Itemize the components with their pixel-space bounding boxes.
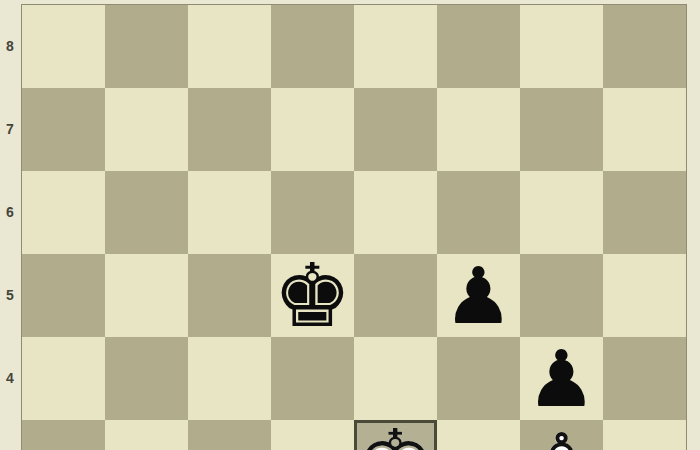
square-b7[interactable] [105,88,188,171]
square-b4[interactable] [105,337,188,420]
square-g8[interactable] [520,5,603,88]
square-f7[interactable] [437,88,520,171]
piece-white-pawn[interactable]: ♟♙ [527,423,597,450]
square-e6[interactable] [354,171,437,254]
square-d4[interactable] [271,337,354,420]
square-h7[interactable] [603,88,686,171]
piece-white-king[interactable]: ♚♔ [356,418,435,450]
square-a6[interactable] [22,171,105,254]
square-b8[interactable] [105,5,188,88]
piece-black-pawn[interactable]: ♟ [444,257,514,335]
square-a4[interactable] [22,337,105,420]
piece-black-king[interactable]: ♚ [273,252,352,340]
square-f3[interactable] [437,420,520,450]
square-h3[interactable] [603,420,686,450]
chess-board-viewport: ♚♟♟♚♔♟♙ 87654 [0,0,700,450]
rank-label-7: 7 [0,87,20,170]
square-e7[interactable] [354,88,437,171]
piece-black-pawn[interactable]: ♟ [527,340,597,418]
king-outline-glyph: ♔ [356,410,435,450]
square-f8[interactable] [437,5,520,88]
square-a3[interactable] [22,420,105,450]
square-b3[interactable] [105,420,188,450]
square-a7[interactable] [22,88,105,171]
square-g6[interactable] [520,171,603,254]
square-e3[interactable]: ♚♔ [354,420,437,450]
square-b6[interactable] [105,171,188,254]
square-d3[interactable] [271,420,354,450]
square-h4[interactable] [603,337,686,420]
square-c8[interactable] [188,5,271,88]
square-f6[interactable] [437,171,520,254]
square-f4[interactable] [437,337,520,420]
square-f5[interactable]: ♟ [437,254,520,337]
square-d7[interactable] [271,88,354,171]
rank-label-5: 5 [0,253,20,336]
square-c5[interactable] [188,254,271,337]
square-d5[interactable]: ♚ [271,254,354,337]
square-e4[interactable] [354,337,437,420]
rank-label-4: 4 [0,336,20,419]
square-d6[interactable] [271,171,354,254]
square-h5[interactable] [603,254,686,337]
square-b5[interactable] [105,254,188,337]
square-c4[interactable] [188,337,271,420]
square-a5[interactable] [22,254,105,337]
pawn-outline-glyph: ♙ [527,417,597,450]
square-c7[interactable] [188,88,271,171]
square-e5[interactable] [354,254,437,337]
square-h6[interactable] [603,171,686,254]
square-e8[interactable] [354,5,437,88]
square-g3[interactable]: ♟♙ [520,420,603,450]
square-a8[interactable] [22,5,105,88]
square-g7[interactable] [520,88,603,171]
rank-label-6: 6 [0,170,20,253]
square-d8[interactable] [271,5,354,88]
square-c3[interactable] [188,420,271,450]
square-h8[interactable] [603,5,686,88]
square-g5[interactable] [520,254,603,337]
square-g4[interactable]: ♟ [520,337,603,420]
chess-board: ♚♟♟♚♔♟♙ [21,4,687,450]
square-c6[interactable] [188,171,271,254]
rank-label-8: 8 [0,4,20,87]
